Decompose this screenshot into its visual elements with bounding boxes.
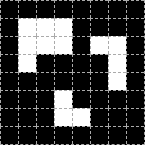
cell-r3c2-black[interactable] <box>36 54 54 72</box>
cell-r1c0-black[interactable] <box>0 18 18 36</box>
cell-r1c7-black[interactable] <box>126 18 144 36</box>
cell-r2c6-white[interactable] <box>108 36 126 54</box>
cell-r7c6-black[interactable] <box>108 126 126 144</box>
cell-r6c5-black[interactable] <box>90 108 108 126</box>
cell-r4c4-black[interactable] <box>72 72 90 90</box>
cell-r7c1-black[interactable] <box>18 126 36 144</box>
cell-r6c1-black[interactable] <box>18 108 36 126</box>
cell-r2c5-white[interactable] <box>90 36 108 54</box>
cell-r7c4-black[interactable] <box>72 126 90 144</box>
cell-r0c0-black[interactable] <box>0 0 18 18</box>
cell-r3c0-black[interactable] <box>0 54 18 72</box>
cell-r5c3-white[interactable] <box>54 90 72 108</box>
cell-r5c0-black[interactable] <box>0 90 18 108</box>
cell-r4c1-black[interactable] <box>18 72 36 90</box>
cell-r1c3-white[interactable] <box>54 18 72 36</box>
cell-r7c7-black[interactable] <box>126 126 144 144</box>
cell-r3c4-black[interactable] <box>72 54 90 72</box>
cell-r2c0-black[interactable] <box>0 36 18 54</box>
cell-r2c4-black[interactable] <box>72 36 90 54</box>
cell-r0c1-black[interactable] <box>18 0 36 18</box>
cell-r2c1-white[interactable] <box>18 36 36 54</box>
cell-r4c0-black[interactable] <box>0 72 18 90</box>
cell-r2c3-white[interactable] <box>54 36 72 54</box>
cell-r5c5-black[interactable] <box>90 90 108 108</box>
cell-r5c2-black[interactable] <box>36 90 54 108</box>
cell-r3c5-black[interactable] <box>90 54 108 72</box>
cell-r4c7-black[interactable] <box>126 72 144 90</box>
cell-r1c2-white[interactable] <box>36 18 54 36</box>
cell-r2c7-black[interactable] <box>126 36 144 54</box>
cell-r0c6-black[interactable] <box>108 0 126 18</box>
cell-r6c2-black[interactable] <box>36 108 54 126</box>
cell-r3c3-black[interactable] <box>54 54 72 72</box>
cell-r2c2-white[interactable] <box>36 36 54 54</box>
cell-r4c2-black[interactable] <box>36 72 54 90</box>
cell-r0c4-black[interactable] <box>72 0 90 18</box>
cell-r0c7-black[interactable] <box>126 0 144 18</box>
cell-r7c5-black[interactable] <box>90 126 108 144</box>
cell-r0c2-black[interactable] <box>36 0 54 18</box>
cell-r6c6-black[interactable] <box>108 108 126 126</box>
cell-r7c2-black[interactable] <box>36 126 54 144</box>
cell-r3c1-white[interactable] <box>18 54 36 72</box>
cell-r1c4-black[interactable] <box>72 18 90 36</box>
cell-r4c6-white[interactable] <box>108 72 126 90</box>
cell-r3c7-black[interactable] <box>126 54 144 72</box>
cell-r1c1-white[interactable] <box>18 18 36 36</box>
cell-r0c5-black[interactable] <box>90 0 108 18</box>
cell-r4c5-black[interactable] <box>90 72 108 90</box>
cell-r7c0-black[interactable] <box>0 126 18 144</box>
cell-r6c3-white[interactable] <box>54 108 72 126</box>
board <box>0 0 145 145</box>
cell-r7c3-black[interactable] <box>54 126 72 144</box>
cell-r6c0-black[interactable] <box>0 108 18 126</box>
cell-r5c6-black[interactable] <box>108 90 126 108</box>
cell-r4c3-black[interactable] <box>54 72 72 90</box>
cell-r5c4-black[interactable] <box>72 90 90 108</box>
cell-r5c7-black[interactable] <box>126 90 144 108</box>
cell-r5c1-black[interactable] <box>18 90 36 108</box>
cell-r6c4-white[interactable] <box>72 108 90 126</box>
cell-r1c6-black[interactable] <box>108 18 126 36</box>
cell-r3c6-white[interactable] <box>108 54 126 72</box>
cell-r1c5-black[interactable] <box>90 18 108 36</box>
cell-r6c7-black[interactable] <box>126 108 144 126</box>
cell-r0c3-black[interactable] <box>54 0 72 18</box>
